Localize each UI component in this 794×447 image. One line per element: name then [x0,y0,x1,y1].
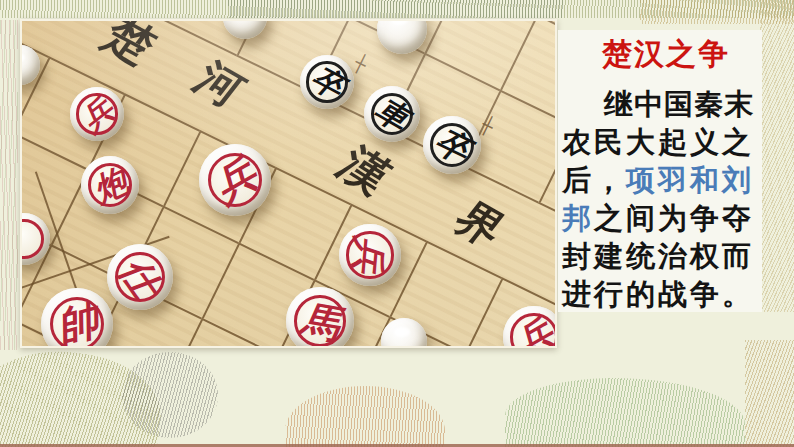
body-text-segment: 之间为争夺 [594,201,754,235]
piece-red-advisor: 仕 [107,244,173,310]
piece-red-soldier-1: 兵 [70,87,124,141]
decor-left-edge-hatch [0,20,18,350]
piece-face [20,219,44,259]
piece-black-soldier-1: 卒 [300,55,354,109]
decor-orange-scribble [285,386,445,447]
body-text-segment: 后， [562,163,626,197]
body-text-line: 进行的战争。 [562,275,758,313]
piece-glyph: 帥 [52,299,102,348]
decor-top-right-hatch [640,0,794,24]
piece-face: 卒 [306,61,347,102]
piece-glyph: 車 [370,92,414,136]
piece-face: 卒 [430,123,474,167]
body-text: 继中国秦末农民大起义之后，项羽和刘邦之间为争夺封建统治权而进行的战争。 [562,85,758,313]
piece-black-soldier-2: 卒 [423,116,481,174]
piece-red-horse: 馬 [286,287,354,348]
piece-black-chariot: 車 [364,86,420,142]
piece-glyph: 馬 [297,298,342,343]
piece-face: 馬 [294,295,346,347]
decor-top-hatch-block [228,0,563,18]
body-text-line: 后，项羽和刘 [562,161,758,199]
piece-glyph: 兵 [509,312,557,348]
decor-green-scribble [505,378,745,447]
decor-gray-scribble [122,352,218,438]
piece-glyph: 兵 [207,152,263,208]
xiangqi-photo: ┼┼ 楚河漢界 卒車卒兵炮兵仕帥兵馬兵 [20,19,557,348]
highlighted-names: 邦 [562,201,594,235]
slide-title: 楚汉之争 [562,34,758,75]
piece-face: 兵 [346,231,393,278]
body-text-line: 农民大起义之 [562,123,758,161]
piece-red-cannon: 炮 [81,156,139,214]
piece-glyph: 兵 [350,235,389,274]
body-text-segment: 继中国秦末 [604,87,754,121]
body-text-segment: 进行的战争。 [562,277,754,311]
piece-red-soldier-3: 兵 [339,224,401,286]
decor-olive-scribble [0,339,168,447]
piece-glyph: 兵 [75,92,119,136]
decor-right-edge-hatch [760,0,794,312]
piece-face: 兵 [76,93,117,134]
text-panel: 楚汉之争 继中国秦末农民大起义之后，项羽和刘邦之间为争夺封建统治权而进行的战争。 [562,34,758,313]
piece-face: 帥 [50,297,105,348]
decor-tan-corner-scribble [745,340,794,447]
highlighted-names: 项羽和刘 [626,163,754,197]
body-text-line: 封建统治权而 [562,237,758,275]
piece-glyph: 卒 [430,123,474,167]
decor-top-hatch [0,0,794,18]
piece-glyph: 炮 [88,163,132,207]
piece-red-soldier-2: 兵 [199,144,271,216]
piece-face: 車 [371,93,414,136]
slide: ┼┼ 楚河漢界 卒車卒兵炮兵仕帥兵馬兵 楚汉之争 继中国秦末农民大起义之后，项羽… [0,0,794,447]
piece-face: 兵 [510,313,557,348]
piece-face: 仕 [115,252,165,302]
body-text-segment: 农民大起义之 [562,125,754,159]
body-text-line: 邦之间为争夺 [562,199,758,237]
body-text-line: 继中国秦末 [562,85,758,123]
piece-face: 炮 [88,163,132,207]
piece-glyph: 卒 [306,61,348,103]
piece-glyph: 仕 [114,251,167,304]
piece-face: 兵 [208,153,263,208]
body-text-segment: 封建统治权而 [562,239,754,273]
